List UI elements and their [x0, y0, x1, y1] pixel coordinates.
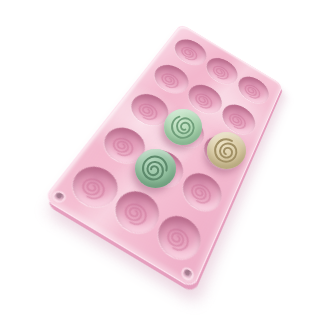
cavity-swirl-icon — [129, 96, 165, 128]
silicone-rose-mold — [43, 23, 284, 289]
cavity-swirl-icon — [156, 219, 197, 262]
cavity-swirl-icon — [70, 169, 114, 209]
cavity-swirl-icon — [102, 130, 142, 166]
cavity-swirl-icon — [203, 139, 236, 172]
cavity-swirl-icon — [142, 153, 180, 189]
cavity-swirl-icon — [182, 176, 219, 213]
cavity-swirl-icon — [113, 194, 156, 235]
product-photo — [0, 0, 320, 320]
mold-cavity-grid — [44, 24, 282, 287]
cavity-swirl-icon — [166, 117, 201, 149]
